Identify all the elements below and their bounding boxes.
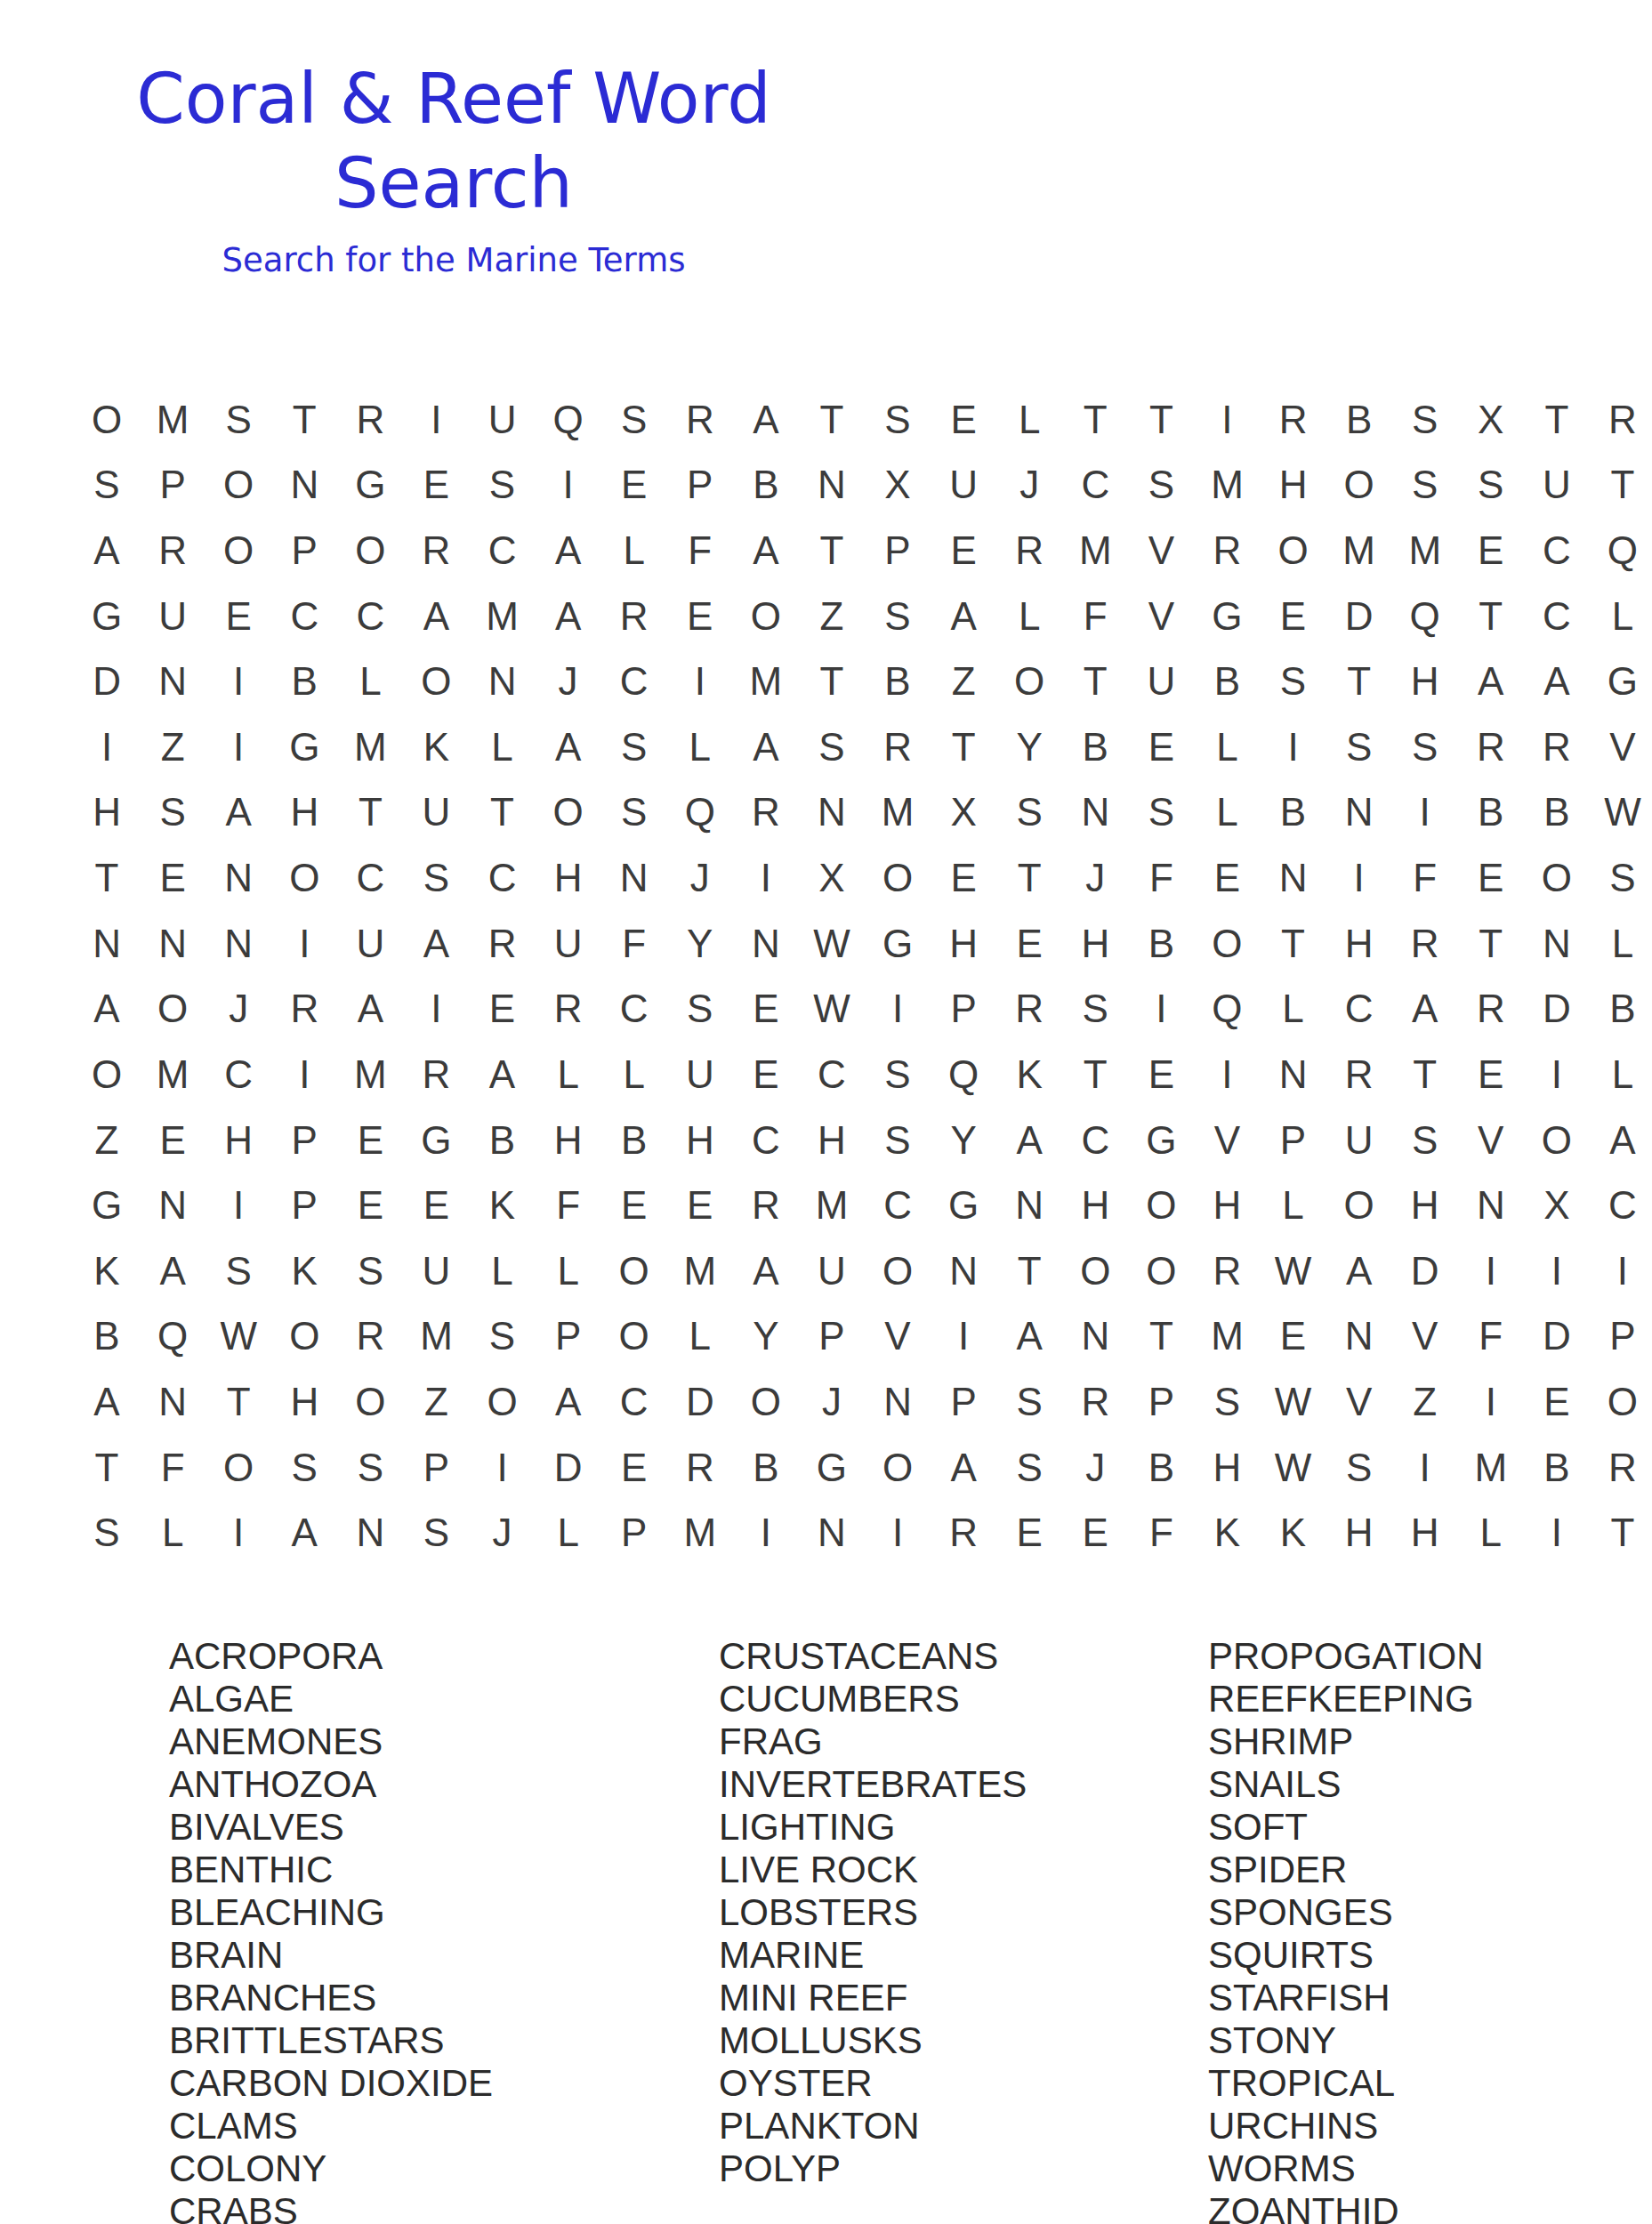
grid-cell: U (140, 584, 205, 649)
grid-cell: F (1392, 845, 1458, 911)
grid-cell: I (1128, 977, 1194, 1043)
grid-cell: P (1128, 1369, 1194, 1435)
word-list-item: CUCUMBERS (719, 1678, 1253, 1720)
grid-cell: H (536, 1108, 601, 1173)
grid-cell: A (733, 1238, 799, 1304)
grid-cell: L (1590, 911, 1652, 977)
grid-cell: D (1392, 1238, 1458, 1304)
grid-cell: H (1326, 1500, 1392, 1566)
grid-cell: U (1524, 453, 1590, 519)
grid-cell: C (337, 584, 403, 649)
word-list-item: COLONY (169, 2147, 703, 2190)
grid-cell: O (271, 845, 337, 911)
grid-cell: C (470, 845, 536, 911)
grid-cell: I (74, 714, 140, 780)
grid-cell: O (601, 1304, 667, 1370)
grid-cell: Q (667, 780, 733, 846)
grid-cell: D (1524, 1304, 1590, 1370)
grid-cell: T (1128, 1304, 1194, 1370)
grid-cell: A (74, 518, 140, 584)
grid-cell: K (74, 1238, 140, 1304)
grid-cell: A (931, 584, 996, 649)
grid-cell: H (536, 845, 601, 911)
grid-cell: S (470, 453, 536, 519)
word-list-item: LIGHTING (719, 1806, 1253, 1849)
grid-cell: U (667, 1042, 733, 1108)
grid-cell: N (1524, 911, 1590, 977)
grid-cell: M (140, 1042, 205, 1108)
word-list-item: BLEACHING (169, 1891, 703, 1934)
grid-cell: K (470, 1172, 536, 1238)
grid-cell: N (74, 911, 140, 977)
grid-cell: N (140, 1369, 205, 1435)
word-list-item: PLANKTON (719, 2105, 1253, 2147)
grid-cell: V (1590, 714, 1652, 780)
grid-cell: V (1458, 1108, 1524, 1173)
grid-cell: U (403, 1238, 469, 1304)
grid-cell: R (1590, 1435, 1652, 1501)
grid-cell: N (205, 911, 271, 977)
grid-cell: A (733, 518, 799, 584)
grid-cell: G (1194, 584, 1260, 649)
grid-cell: R (1261, 387, 1326, 453)
grid-cell: S (74, 453, 140, 519)
grid-cell: W (1261, 1369, 1326, 1435)
grid-cell: I (1524, 1042, 1590, 1108)
grid-cell: Y (667, 911, 733, 977)
grid-cell: N (337, 1500, 403, 1566)
grid-cell: I (205, 1172, 271, 1238)
grid-cell: N (271, 453, 337, 519)
grid-cell: P (271, 518, 337, 584)
grid-cell: F (601, 911, 667, 977)
grid-cell: S (1128, 780, 1194, 846)
grid-cell: T (1458, 584, 1524, 649)
grid-cell: M (1458, 1435, 1524, 1501)
grid-cell: O (403, 649, 469, 714)
grid-cell: S (1392, 714, 1458, 780)
grid-cell: E (403, 453, 469, 519)
grid-cell: S (74, 1500, 140, 1566)
grid-cell: J (536, 649, 601, 714)
grid-cell: O (1524, 1108, 1590, 1173)
grid-cell: N (799, 453, 865, 519)
grid-cell: O (733, 1369, 799, 1435)
grid-cell: R (733, 1172, 799, 1238)
grid-cell: E (1128, 1042, 1194, 1108)
grid-cell: U (403, 780, 469, 846)
grid-cell: I (1194, 387, 1260, 453)
grid-cell: E (601, 1435, 667, 1501)
grid-cell: L (1194, 714, 1260, 780)
word-list-item: LIVE ROCK (719, 1849, 1253, 1891)
grid-cell: R (601, 584, 667, 649)
grid-cell: P (931, 977, 996, 1043)
grid-cell: N (931, 1238, 996, 1304)
grid-cell: Z (403, 1369, 469, 1435)
grid-cell: C (205, 1042, 271, 1108)
grid-cell: I (667, 649, 733, 714)
grid-cell: P (865, 518, 931, 584)
grid-cell: L (470, 714, 536, 780)
grid-cell: O (996, 649, 1062, 714)
grid-cell: A (536, 1369, 601, 1435)
grid-cell: E (601, 1172, 667, 1238)
grid-cell: J (667, 845, 733, 911)
grid-cell: I (931, 1304, 996, 1370)
grid-cell: B (733, 453, 799, 519)
grid-cell: E (140, 1108, 205, 1173)
grid-cell: L (1458, 1500, 1524, 1566)
grid-cell: E (140, 845, 205, 911)
grid-cell: I (1261, 714, 1326, 780)
grid-cell: A (536, 714, 601, 780)
grid-cell: Q (1392, 584, 1458, 649)
grid-cell: C (733, 1108, 799, 1173)
grid-cell: S (601, 387, 667, 453)
grid-cell: S (337, 1435, 403, 1501)
word-list-item: BENTHIC (169, 1849, 703, 1891)
grid-cell: O (601, 1238, 667, 1304)
grid-cell: Y (733, 1304, 799, 1370)
word-list-item: ZOANTHID (1208, 2190, 1652, 2224)
grid-cell: S (865, 584, 931, 649)
grid-cell: N (1326, 1304, 1392, 1370)
grid-cell: M (667, 1500, 733, 1566)
word-list-item: MOLLUSKS (719, 2019, 1253, 2062)
grid-cell: P (799, 1304, 865, 1370)
grid-cell: O (74, 387, 140, 453)
grid-cell: E (1524, 1369, 1590, 1435)
grid-cell: S (1194, 1369, 1260, 1435)
grid-cell: S (1261, 649, 1326, 714)
grid-cell: S (1062, 977, 1128, 1043)
grid-cell: K (271, 1238, 337, 1304)
grid-cell: F (140, 1435, 205, 1501)
grid-cell: Y (931, 1108, 996, 1173)
grid-cell: O (865, 1435, 931, 1501)
grid-cell: I (1326, 845, 1392, 911)
grid-cell: O (140, 977, 205, 1043)
grid-cell: L (337, 649, 403, 714)
grid-cell: F (1062, 584, 1128, 649)
grid-cell: B (1590, 977, 1652, 1043)
grid-cell: L (1194, 780, 1260, 846)
grid-cell: E (1261, 1304, 1326, 1370)
grid-cell: A (536, 518, 601, 584)
grid-cell: T (1392, 1042, 1458, 1108)
grid-cell: Q (140, 1304, 205, 1370)
grid-cell: R (733, 780, 799, 846)
grid-cell: H (1062, 911, 1128, 977)
grid-cell: A (931, 1435, 996, 1501)
grid-cell: M (403, 1304, 469, 1370)
grid-cell: E (667, 584, 733, 649)
grid-cell: T (1062, 649, 1128, 714)
word-list-item: CARBON DIOXIDE (169, 2062, 703, 2105)
grid-cell: T (205, 1369, 271, 1435)
grid-cell: I (1392, 1435, 1458, 1501)
grid-cell: W (799, 911, 865, 977)
grid-cell: B (74, 1304, 140, 1370)
grid-cell: U (1326, 1108, 1392, 1173)
grid-cell: O (1194, 911, 1260, 977)
word-list-item: STARFISH (1208, 1977, 1652, 2019)
grid-cell: S (140, 780, 205, 846)
grid-cell: E (1128, 714, 1194, 780)
grid-cell: Z (931, 649, 996, 714)
grid-cell: F (1128, 1500, 1194, 1566)
word-list-item: SOFT (1208, 1806, 1652, 1849)
grid-cell: O (1128, 1238, 1194, 1304)
grid-cell: J (470, 1500, 536, 1566)
grid-cell: N (205, 845, 271, 911)
grid-cell: L (996, 584, 1062, 649)
word-list-item: MARINE (719, 1934, 1253, 1977)
word-list-item: SQUIRTS (1208, 1934, 1652, 1977)
grid-cell: T (1326, 649, 1392, 714)
word-list-item: BRANCHES (169, 1977, 703, 2019)
word-list-item: BIVALVES (169, 1806, 703, 1849)
grid-cell: T (996, 845, 1062, 911)
grid-cell: S (470, 1304, 536, 1370)
grid-cell: O (271, 1304, 337, 1370)
grid-cell: N (799, 1500, 865, 1566)
grid-cell: J (799, 1369, 865, 1435)
grid-cell: L (536, 1500, 601, 1566)
grid-cell: D (1326, 584, 1392, 649)
grid-cell: O (337, 1369, 403, 1435)
grid-cell: L (536, 1238, 601, 1304)
grid-cell: E (1062, 1500, 1128, 1566)
grid-cell: C (1062, 453, 1128, 519)
grid-cell: I (1524, 1238, 1590, 1304)
grid-cell: C (865, 1172, 931, 1238)
grid-cell: O (1326, 1172, 1392, 1238)
grid-cell: N (1326, 780, 1392, 846)
grid-cell: I (403, 387, 469, 453)
grid-cell: T (470, 780, 536, 846)
grid-cell: T (799, 387, 865, 453)
grid-cell: A (140, 1238, 205, 1304)
grid-cell: T (1261, 911, 1326, 977)
grid-cell: Q (931, 1042, 996, 1108)
grid-cell: E (931, 518, 996, 584)
grid-cell: H (1194, 1172, 1260, 1238)
grid-cell: S (403, 845, 469, 911)
grid-cell: G (271, 714, 337, 780)
grid-cell: B (271, 649, 337, 714)
grid-cell: T (1524, 387, 1590, 453)
grid-cell: L (996, 387, 1062, 453)
word-list-item: POLYP (719, 2147, 1253, 2190)
word-list-item: ANTHOZOA (169, 1763, 703, 1806)
grid-cell: B (1062, 714, 1128, 780)
grid-cell: Z (799, 584, 865, 649)
grid-cell: J (205, 977, 271, 1043)
grid-cell: T (799, 518, 865, 584)
grid-cell: R (667, 387, 733, 453)
grid-cell: H (1326, 911, 1392, 977)
grid-cell: O (337, 518, 403, 584)
grid-cell: E (601, 453, 667, 519)
grid-cell: C (1326, 977, 1392, 1043)
grid-cell: H (931, 911, 996, 977)
grid-cell: S (271, 1435, 337, 1501)
grid-cell: E (205, 584, 271, 649)
grid-cell: O (536, 780, 601, 846)
word-list-item: SPIDER (1208, 1849, 1652, 1891)
grid-cell: N (865, 1369, 931, 1435)
grid-cell: B (601, 1108, 667, 1173)
grid-cell: I (1458, 1238, 1524, 1304)
grid-cell: L (1590, 584, 1652, 649)
grid-cell: P (403, 1435, 469, 1501)
grid-cell: T (996, 1238, 1062, 1304)
grid-cell: V (1128, 518, 1194, 584)
word-search-grid: OMSTRIUQSRATSELTTIRBSXTRSPONGESIEPBNXUJC… (74, 387, 1652, 1566)
grid-cell: S (1326, 1435, 1392, 1501)
grid-cell: C (1524, 518, 1590, 584)
grid-cell: W (799, 977, 865, 1043)
grid-cell: C (601, 1369, 667, 1435)
grid-cell: P (140, 453, 205, 519)
grid-cell: A (205, 780, 271, 846)
grid-cell: I (536, 453, 601, 519)
grid-cell: X (1524, 1172, 1590, 1238)
grid-cell: B (1128, 911, 1194, 977)
grid-cell: P (1261, 1108, 1326, 1173)
grid-cell: S (601, 714, 667, 780)
grid-cell: W (1590, 780, 1652, 846)
grid-cell: S (865, 387, 931, 453)
grid-cell: E (667, 1172, 733, 1238)
grid-cell: A (536, 584, 601, 649)
grid-cell: R (1194, 518, 1260, 584)
word-list-column-1: ACROPORAALGAEANEMONESANTHOZOABIVALVESBEN… (169, 1635, 703, 2224)
grid-cell: S (865, 1042, 931, 1108)
grid-cell: Y (996, 714, 1062, 780)
grid-cell: N (1261, 845, 1326, 911)
word-list-item: ALGAE (169, 1678, 703, 1720)
grid-cell: E (1194, 845, 1260, 911)
grid-cell: S (337, 1238, 403, 1304)
grid-cell: S (1458, 453, 1524, 519)
grid-cell: R (337, 1304, 403, 1370)
grid-cell: X (799, 845, 865, 911)
grid-cell: E (1458, 518, 1524, 584)
grid-cell: M (140, 387, 205, 453)
grid-cell: P (931, 1369, 996, 1435)
grid-cell: K (1194, 1500, 1260, 1566)
grid-cell: G (799, 1435, 865, 1501)
grid-cell: U (470, 387, 536, 453)
grid-cell: N (140, 649, 205, 714)
grid-cell: R (1458, 977, 1524, 1043)
grid-cell: A (1392, 977, 1458, 1043)
grid-cell: R (667, 1435, 733, 1501)
grid-cell: A (74, 1369, 140, 1435)
grid-cell: H (799, 1108, 865, 1173)
grid-cell: G (403, 1108, 469, 1173)
word-list-item: REEFKEEPING (1208, 1678, 1652, 1720)
grid-cell: T (1590, 1500, 1652, 1566)
grid-cell: T (1590, 453, 1652, 519)
grid-cell: R (470, 911, 536, 977)
grid-cell: B (1524, 780, 1590, 846)
word-list-item: SPONGES (1208, 1891, 1652, 1934)
grid-cell: O (865, 1238, 931, 1304)
grid-cell: I (205, 1500, 271, 1566)
grid-cell: H (1062, 1172, 1128, 1238)
grid-cell: E (1458, 1042, 1524, 1108)
grid-cell: A (470, 1042, 536, 1108)
grid-cell: T (74, 1435, 140, 1501)
grid-cell: E (733, 977, 799, 1043)
grid-cell: W (1261, 1435, 1326, 1501)
grid-cell: I (1392, 780, 1458, 846)
grid-cell: I (865, 1500, 931, 1566)
grid-cell: C (470, 518, 536, 584)
grid-cell: O (205, 453, 271, 519)
grid-cell: P (536, 1304, 601, 1370)
grid-cell: O (205, 1435, 271, 1501)
word-list-item: BRITTLESTARS (169, 2019, 703, 2062)
grid-cell: Q (1194, 977, 1260, 1043)
grid-cell: E (931, 387, 996, 453)
grid-cell: Z (1392, 1369, 1458, 1435)
grid-cell: Q (536, 387, 601, 453)
grid-cell: W (205, 1304, 271, 1370)
word-list-item: CLAMS (169, 2105, 703, 2147)
grid-cell: E (733, 1042, 799, 1108)
grid-cell: R (996, 977, 1062, 1043)
word-list-item: SNAILS (1208, 1763, 1652, 1806)
grid-cell: P (667, 453, 733, 519)
word-list-item: URCHINS (1208, 2105, 1652, 2147)
grid-cell: L (140, 1500, 205, 1566)
grid-cell: U (337, 911, 403, 977)
grid-cell: H (271, 780, 337, 846)
grid-cell: S (601, 780, 667, 846)
word-list-item: LOBSTERS (719, 1891, 1253, 1934)
grid-cell: A (1524, 649, 1590, 714)
grid-cell: I (1524, 1500, 1590, 1566)
grid-cell: H (1392, 1172, 1458, 1238)
grid-cell: K (996, 1042, 1062, 1108)
grid-cell: A (733, 714, 799, 780)
grid-cell: D (74, 649, 140, 714)
grid-cell: M (1194, 453, 1260, 519)
word-list-item: INVERTEBRATES (719, 1763, 1253, 1806)
grid-cell: O (865, 845, 931, 911)
grid-cell: H (1392, 649, 1458, 714)
grid-cell: M (667, 1238, 733, 1304)
grid-cell: L (1261, 1172, 1326, 1238)
grid-cell: R (996, 518, 1062, 584)
grid-cell: B (1261, 780, 1326, 846)
grid-cell: B (1326, 387, 1392, 453)
grid-cell: L (667, 714, 733, 780)
grid-cell: E (1458, 845, 1524, 911)
grid-cell: U (799, 1238, 865, 1304)
grid-cell: U (931, 453, 996, 519)
grid-cell: M (337, 1042, 403, 1108)
word-list-item: BRAIN (169, 1934, 703, 1977)
grid-cell: L (536, 1042, 601, 1108)
grid-cell: G (337, 453, 403, 519)
grid-cell: S (403, 1500, 469, 1566)
